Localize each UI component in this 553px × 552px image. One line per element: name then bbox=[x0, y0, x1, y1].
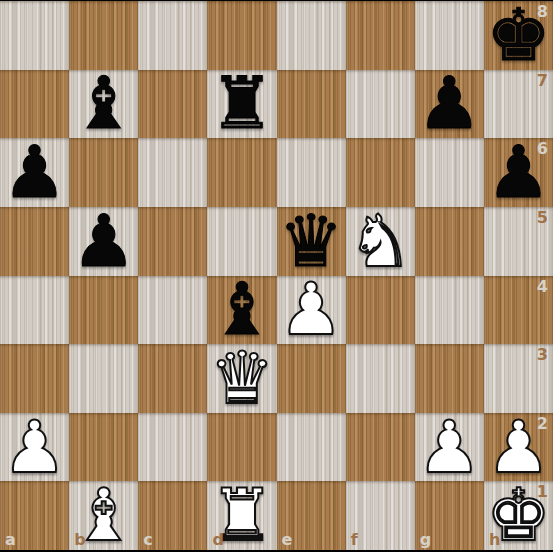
square-a5[interactable] bbox=[0, 207, 69, 276]
white-pawn[interactable]: ♟ bbox=[279, 276, 344, 345]
square-f7[interactable] bbox=[346, 70, 415, 139]
square-a6[interactable]: ♟ bbox=[0, 138, 69, 207]
square-d1[interactable]: ♜d bbox=[207, 481, 276, 550]
square-g2[interactable]: ♟ bbox=[415, 413, 484, 482]
square-d6[interactable] bbox=[207, 138, 276, 207]
square-e7[interactable] bbox=[277, 70, 346, 139]
square-e1[interactable]: e bbox=[277, 481, 346, 550]
square-g6[interactable] bbox=[415, 138, 484, 207]
white-queen[interactable]: ♛ bbox=[210, 344, 275, 413]
square-c6[interactable] bbox=[138, 138, 207, 207]
square-e4[interactable]: ♟ bbox=[277, 276, 346, 345]
square-c7[interactable] bbox=[138, 70, 207, 139]
square-d7[interactable]: ♜ bbox=[207, 70, 276, 139]
file-label-e: e bbox=[282, 532, 293, 548]
square-h2[interactable]: ♟2 bbox=[484, 413, 553, 482]
square-a3[interactable] bbox=[0, 344, 69, 413]
black-bishop[interactable]: ♝ bbox=[71, 70, 136, 139]
square-f2[interactable] bbox=[346, 413, 415, 482]
square-b8[interactable] bbox=[69, 1, 138, 70]
square-g8[interactable] bbox=[415, 1, 484, 70]
white-knight[interactable]: ♞ bbox=[348, 207, 413, 276]
square-e8[interactable] bbox=[277, 1, 346, 70]
square-f1[interactable]: f bbox=[346, 481, 415, 550]
square-c3[interactable] bbox=[138, 344, 207, 413]
square-b6[interactable] bbox=[69, 138, 138, 207]
square-e6[interactable] bbox=[277, 138, 346, 207]
square-a4[interactable] bbox=[0, 276, 69, 345]
black-pawn[interactable]: ♟ bbox=[71, 207, 136, 276]
square-a8[interactable] bbox=[0, 1, 69, 70]
square-c5[interactable] bbox=[138, 207, 207, 276]
white-pawn[interactable]: ♟ bbox=[417, 413, 482, 482]
rank-label-7: 7 bbox=[537, 73, 548, 89]
square-h8[interactable]: ♚8 bbox=[484, 1, 553, 70]
square-b4[interactable] bbox=[69, 276, 138, 345]
white-pawn[interactable]: ♟ bbox=[486, 413, 551, 482]
white-rook[interactable]: ♜ bbox=[210, 481, 275, 550]
chess-board: ♚8♝♜♟7♟♟6♟♛♞5♝♟4♛3♟♟♟2a♝bc♜defg♚1h bbox=[0, 0, 553, 552]
white-bishop[interactable]: ♝ bbox=[71, 481, 136, 550]
square-c1[interactable]: c bbox=[138, 481, 207, 550]
black-pawn[interactable]: ♟ bbox=[486, 138, 551, 207]
white-king[interactable]: ♚ bbox=[486, 481, 551, 550]
file-label-c: c bbox=[143, 532, 152, 548]
square-b5[interactable]: ♟ bbox=[69, 207, 138, 276]
square-f6[interactable] bbox=[346, 138, 415, 207]
square-a1[interactable]: a bbox=[0, 481, 69, 550]
square-b2[interactable] bbox=[69, 413, 138, 482]
square-g4[interactable] bbox=[415, 276, 484, 345]
square-b7[interactable]: ♝ bbox=[69, 70, 138, 139]
square-d5[interactable] bbox=[207, 207, 276, 276]
square-h3[interactable]: 3 bbox=[484, 344, 553, 413]
square-g5[interactable] bbox=[415, 207, 484, 276]
white-pawn[interactable]: ♟ bbox=[2, 413, 67, 482]
rank-label-4: 4 bbox=[537, 279, 548, 295]
square-a7[interactable] bbox=[0, 70, 69, 139]
square-b1[interactable]: ♝b bbox=[69, 481, 138, 550]
square-g3[interactable] bbox=[415, 344, 484, 413]
square-d4[interactable]: ♝ bbox=[207, 276, 276, 345]
black-king[interactable]: ♚ bbox=[486, 1, 551, 70]
square-f3[interactable] bbox=[346, 344, 415, 413]
square-f8[interactable] bbox=[346, 1, 415, 70]
rank-label-5: 5 bbox=[537, 210, 548, 226]
square-a2[interactable]: ♟ bbox=[0, 413, 69, 482]
square-c2[interactable] bbox=[138, 413, 207, 482]
black-pawn[interactable]: ♟ bbox=[2, 138, 67, 207]
black-pawn[interactable]: ♟ bbox=[417, 70, 482, 139]
square-e3[interactable] bbox=[277, 344, 346, 413]
file-label-g: g bbox=[420, 532, 431, 548]
square-d2[interactable] bbox=[207, 413, 276, 482]
square-b3[interactable] bbox=[69, 344, 138, 413]
square-d8[interactable] bbox=[207, 1, 276, 70]
square-h4[interactable]: 4 bbox=[484, 276, 553, 345]
rank-label-3: 3 bbox=[537, 347, 548, 363]
square-h6[interactable]: ♟6 bbox=[484, 138, 553, 207]
square-c8[interactable] bbox=[138, 1, 207, 70]
square-h7[interactable]: 7 bbox=[484, 70, 553, 139]
square-e5[interactable]: ♛ bbox=[277, 207, 346, 276]
square-e2[interactable] bbox=[277, 413, 346, 482]
file-label-f: f bbox=[351, 532, 358, 548]
square-g7[interactable]: ♟ bbox=[415, 70, 484, 139]
black-bishop[interactable]: ♝ bbox=[210, 276, 275, 345]
square-h1[interactable]: ♚1h bbox=[484, 481, 553, 550]
square-g1[interactable]: g bbox=[415, 481, 484, 550]
square-f5[interactable]: ♞ bbox=[346, 207, 415, 276]
file-label-a: a bbox=[5, 532, 16, 548]
square-h5[interactable]: 5 bbox=[484, 207, 553, 276]
square-c4[interactable] bbox=[138, 276, 207, 345]
square-f4[interactable] bbox=[346, 276, 415, 345]
square-d3[interactable]: ♛ bbox=[207, 344, 276, 413]
black-rook[interactable]: ♜ bbox=[210, 70, 275, 139]
black-queen[interactable]: ♛ bbox=[279, 207, 344, 276]
